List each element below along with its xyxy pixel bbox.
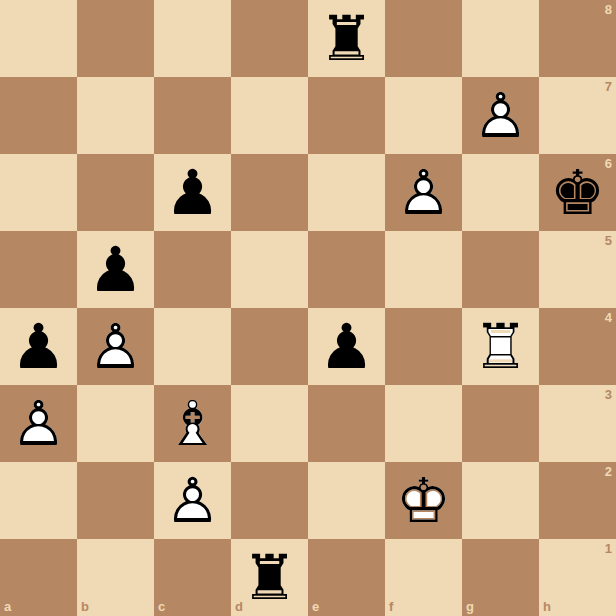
piece-outline: ♔ xyxy=(385,462,462,539)
square-g2[interactable] xyxy=(462,462,539,539)
square-b6[interactable] xyxy=(77,154,154,231)
black-pawn[interactable]: ♟ xyxy=(77,231,154,308)
square-a7[interactable] xyxy=(0,77,77,154)
file-label-b: b xyxy=(81,599,89,614)
square-f3[interactable] xyxy=(385,385,462,462)
white-pawn[interactable]: ♟♙ xyxy=(77,308,154,385)
square-b5[interactable]: ♟ xyxy=(77,231,154,308)
square-d1[interactable]: ♜d xyxy=(231,539,308,616)
square-b2[interactable] xyxy=(77,462,154,539)
square-g6[interactable] xyxy=(462,154,539,231)
rank-label-4: 4 xyxy=(605,310,612,325)
rank-label-5: 5 xyxy=(605,233,612,248)
rank-label-7: 7 xyxy=(605,79,612,94)
white-king[interactable]: ♚♔ xyxy=(385,462,462,539)
square-f6[interactable]: ♟♙ xyxy=(385,154,462,231)
square-a1[interactable]: a xyxy=(0,539,77,616)
square-e4[interactable]: ♟ xyxy=(308,308,385,385)
square-e5[interactable] xyxy=(308,231,385,308)
square-e6[interactable] xyxy=(308,154,385,231)
square-e2[interactable] xyxy=(308,462,385,539)
chess-board: ♜8♟♙7♟♟♙♚6♟5♟♟♙♟♜♖4♟♙♝♗3♟♙♚♔2abc♜defg1h xyxy=(0,0,616,616)
square-a2[interactable] xyxy=(0,462,77,539)
file-label-f: f xyxy=(389,599,393,614)
square-g4[interactable]: ♜♖ xyxy=(462,308,539,385)
square-f7[interactable] xyxy=(385,77,462,154)
square-h2[interactable]: 2 xyxy=(539,462,616,539)
square-g3[interactable] xyxy=(462,385,539,462)
white-pawn[interactable]: ♟♙ xyxy=(154,462,231,539)
square-c7[interactable] xyxy=(154,77,231,154)
square-h7[interactable]: 7 xyxy=(539,77,616,154)
square-h4[interactable]: 4 xyxy=(539,308,616,385)
square-h5[interactable]: 5 xyxy=(539,231,616,308)
black-pawn[interactable]: ♟ xyxy=(0,308,77,385)
square-d7[interactable] xyxy=(231,77,308,154)
square-a3[interactable]: ♟♙ xyxy=(0,385,77,462)
rank-label-3: 3 xyxy=(605,387,612,402)
piece-outline: ♙ xyxy=(77,308,154,385)
file-label-h: h xyxy=(543,599,551,614)
square-g5[interactable] xyxy=(462,231,539,308)
rank-label-1: 1 xyxy=(605,541,612,556)
square-a6[interactable] xyxy=(0,154,77,231)
square-f1[interactable]: f xyxy=(385,539,462,616)
square-b8[interactable] xyxy=(77,0,154,77)
square-f2[interactable]: ♚♔ xyxy=(385,462,462,539)
file-label-g: g xyxy=(466,599,474,614)
piece-glyph: ♜ xyxy=(308,0,385,77)
square-g1[interactable]: g xyxy=(462,539,539,616)
square-h8[interactable]: 8 xyxy=(539,0,616,77)
black-pawn[interactable]: ♟ xyxy=(154,154,231,231)
square-c6[interactable]: ♟ xyxy=(154,154,231,231)
square-a8[interactable] xyxy=(0,0,77,77)
white-pawn[interactable]: ♟♙ xyxy=(462,77,539,154)
square-d5[interactable] xyxy=(231,231,308,308)
square-g7[interactable]: ♟♙ xyxy=(462,77,539,154)
white-bishop[interactable]: ♝♗ xyxy=(154,385,231,462)
square-d4[interactable] xyxy=(231,308,308,385)
square-d2[interactable] xyxy=(231,462,308,539)
square-a5[interactable] xyxy=(0,231,77,308)
square-b4[interactable]: ♟♙ xyxy=(77,308,154,385)
piece-glyph: ♟ xyxy=(77,231,154,308)
square-h6[interactable]: ♚6 xyxy=(539,154,616,231)
piece-outline: ♙ xyxy=(385,154,462,231)
piece-outline: ♙ xyxy=(462,77,539,154)
square-c8[interactable] xyxy=(154,0,231,77)
square-f4[interactable] xyxy=(385,308,462,385)
piece-outline: ♙ xyxy=(0,385,77,462)
square-f5[interactable] xyxy=(385,231,462,308)
white-pawn[interactable]: ♟♙ xyxy=(0,385,77,462)
black-rook[interactable]: ♜ xyxy=(308,0,385,77)
piece-glyph: ♟ xyxy=(154,154,231,231)
square-b1[interactable]: b xyxy=(77,539,154,616)
white-pawn[interactable]: ♟♙ xyxy=(385,154,462,231)
square-h3[interactable]: 3 xyxy=(539,385,616,462)
square-d8[interactable] xyxy=(231,0,308,77)
square-b7[interactable] xyxy=(77,77,154,154)
square-c5[interactable] xyxy=(154,231,231,308)
rank-label-8: 8 xyxy=(605,2,612,17)
piece-outline: ♗ xyxy=(154,385,231,462)
square-e3[interactable] xyxy=(308,385,385,462)
square-e7[interactable] xyxy=(308,77,385,154)
file-label-e: e xyxy=(312,599,319,614)
square-c4[interactable] xyxy=(154,308,231,385)
square-h1[interactable]: 1h xyxy=(539,539,616,616)
piece-outline: ♙ xyxy=(154,462,231,539)
square-d6[interactable] xyxy=(231,154,308,231)
square-g8[interactable] xyxy=(462,0,539,77)
square-c1[interactable]: c xyxy=(154,539,231,616)
square-f8[interactable] xyxy=(385,0,462,77)
square-e1[interactable]: e xyxy=(308,539,385,616)
piece-glyph: ♟ xyxy=(308,308,385,385)
square-c3[interactable]: ♝♗ xyxy=(154,385,231,462)
file-label-c: c xyxy=(158,599,165,614)
file-label-d: d xyxy=(235,599,243,614)
square-e8[interactable]: ♜ xyxy=(308,0,385,77)
square-b3[interactable] xyxy=(77,385,154,462)
white-rook[interactable]: ♜♖ xyxy=(462,308,539,385)
square-a4[interactable]: ♟ xyxy=(0,308,77,385)
rank-label-6: 6 xyxy=(605,156,612,171)
piece-glyph: ♟ xyxy=(0,308,77,385)
piece-outline: ♖ xyxy=(462,308,539,385)
file-label-a: a xyxy=(4,599,11,614)
square-d3[interactable] xyxy=(231,385,308,462)
square-c2[interactable]: ♟♙ xyxy=(154,462,231,539)
black-pawn[interactable]: ♟ xyxy=(308,308,385,385)
rank-label-2: 2 xyxy=(605,464,612,479)
